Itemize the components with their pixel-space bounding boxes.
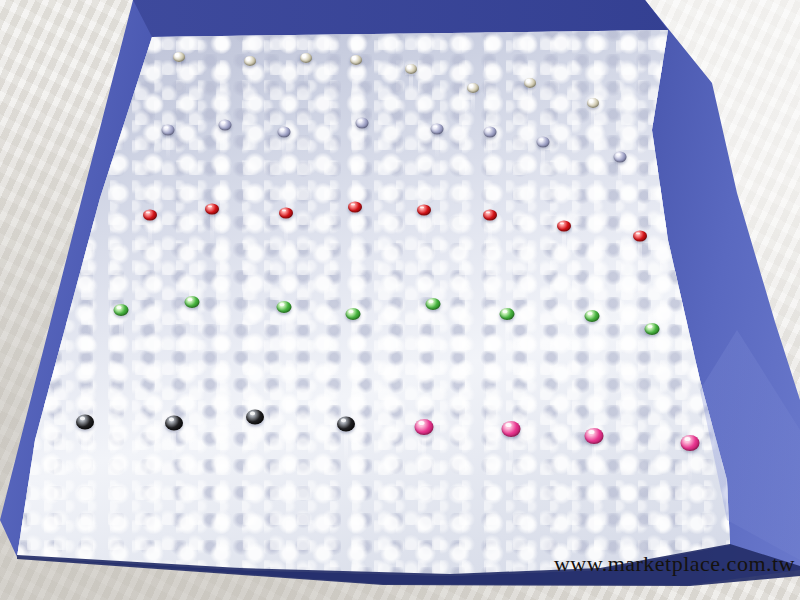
stud-stem [409, 71, 413, 95]
green-gem [585, 310, 600, 322]
red-gem [205, 204, 219, 215]
stud-stem [190, 304, 194, 339]
green-gem [185, 296, 200, 308]
black-gem [76, 415, 94, 430]
clear-gem [244, 56, 256, 66]
clear-gem [300, 53, 312, 63]
stud-stem [284, 215, 288, 246]
stud-stem [360, 125, 364, 152]
pink-gem [585, 428, 604, 444]
pink-gem [502, 421, 521, 437]
stud-stem [351, 316, 355, 351]
green-gem [114, 304, 129, 316]
clear-gem [350, 55, 362, 65]
red-gem [348, 202, 362, 213]
stud-stem [435, 131, 439, 158]
stud-stem [248, 63, 252, 87]
lavender-gem [614, 152, 627, 163]
stud-stem [354, 62, 358, 86]
stud-stem [172, 425, 176, 463]
stud-stem [618, 159, 622, 186]
stud-stem [353, 209, 357, 240]
stud-stem [282, 134, 286, 161]
stud-stem [223, 127, 227, 154]
red-gem [417, 205, 431, 216]
stud-stem [650, 331, 654, 366]
stud-stem [471, 90, 475, 114]
clear-gem [405, 64, 417, 74]
red-gem [557, 221, 571, 232]
stud-stem [282, 309, 286, 344]
stud-stem [528, 85, 532, 109]
stud-stem [148, 217, 152, 248]
red-gem [143, 210, 157, 221]
black-gem [246, 410, 264, 425]
green-gem [277, 301, 292, 313]
stud-stem [177, 59, 181, 83]
stud-stem [253, 419, 257, 457]
photo-scene: www.marketplace.com.tw [0, 0, 800, 600]
green-gem [645, 323, 660, 335]
red-gem [279, 208, 293, 219]
pink-gem [681, 435, 700, 451]
green-gem [346, 308, 361, 320]
stud-stem [210, 211, 214, 242]
stud-stem [505, 316, 509, 351]
red-gem [483, 210, 497, 221]
clear-gem [524, 78, 536, 88]
stud-stem [119, 312, 123, 347]
black-gem [165, 416, 183, 431]
watermark-text: www.marketplace.com.tw [554, 551, 795, 577]
clear-gem [467, 83, 479, 93]
lavender-gem [162, 125, 175, 136]
stud-stem [541, 144, 545, 171]
stud-stem [344, 426, 348, 464]
clear-gem [587, 98, 599, 108]
stud-stem [431, 306, 435, 341]
green-gem [500, 308, 515, 320]
stud-stem [166, 132, 170, 159]
red-gem [633, 231, 647, 242]
lavender-gem [219, 120, 232, 131]
clear-gem [173, 52, 185, 62]
stud-stem [591, 105, 595, 129]
lavender-gem [484, 127, 497, 138]
stud-stem [562, 228, 566, 259]
green-gem [426, 298, 441, 310]
stud-stem [488, 134, 492, 161]
stud-stem [422, 212, 426, 243]
pink-gem [415, 419, 434, 435]
lavender-gem [537, 137, 550, 148]
stud-stem [638, 238, 642, 269]
stud-stem [304, 60, 308, 84]
stud-stem [488, 217, 492, 248]
lavender-gem [431, 124, 444, 135]
stud-stem [590, 318, 594, 353]
lavender-gem [356, 118, 369, 129]
stud-stem [83, 424, 87, 462]
lavender-gem [278, 127, 291, 138]
black-gem [337, 417, 355, 432]
